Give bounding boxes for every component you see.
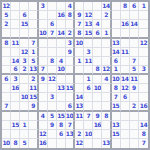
- cell-r4c13[interactable]: [112, 29, 121, 38]
- cell-r3c3[interactable]: 15: [20, 20, 29, 29]
- cell-r15c15[interactable]: [130, 130, 139, 139]
- cell-r12c2[interactable]: [11, 102, 20, 111]
- cell-r11c16[interactable]: [139, 93, 148, 102]
- cell-r2c10[interactable]: 12: [84, 11, 93, 20]
- cell-r12c8[interactable]: 6: [66, 102, 75, 111]
- cell-r9c9[interactable]: [75, 75, 84, 84]
- cell-r2c12[interactable]: 2: [102, 11, 111, 20]
- cell-r9c6[interactable]: 12: [48, 75, 57, 84]
- cell-r15c5[interactable]: 12: [39, 130, 48, 139]
- cell-r14c14[interactable]: [121, 121, 130, 130]
- cell-r15c16[interactable]: 8: [139, 130, 148, 139]
- cell-r11c6[interactable]: 3: [48, 93, 57, 102]
- cell-r9c8[interactable]: [66, 75, 75, 84]
- cell-r16c7[interactable]: [57, 139, 66, 148]
- cell-r16c14[interactable]: [121, 139, 130, 148]
- cell-r2c8[interactable]: 8: [66, 11, 75, 20]
- cell-r14c5[interactable]: [39, 121, 48, 130]
- cell-r8c5[interactable]: 7: [39, 66, 48, 75]
- cell-r14c1[interactable]: [2, 121, 11, 130]
- cell-r9c14[interactable]: 14: [121, 75, 130, 84]
- cell-r9c5[interactable]: 9: [39, 75, 48, 84]
- cell-r16c16[interactable]: 7: [139, 139, 148, 148]
- cell-r3c10[interactable]: 13: [84, 20, 93, 29]
- cell-r12c3[interactable]: [20, 102, 29, 111]
- cell-r2c6[interactable]: [48, 11, 57, 20]
- cell-r11c15[interactable]: [130, 93, 139, 102]
- cell-r9c3[interactable]: [20, 75, 29, 84]
- cell-r13c8[interactable]: 10: [66, 112, 75, 121]
- cell-r13c12[interactable]: 8: [102, 112, 111, 121]
- cell-r4c1[interactable]: [2, 29, 11, 38]
- cell-r1c8[interactable]: 4: [66, 2, 75, 11]
- cell-r6c8[interactable]: 9: [66, 48, 75, 57]
- cell-r3c9[interactable]: 7: [75, 20, 84, 29]
- cell-r7c14[interactable]: [121, 57, 130, 66]
- cell-r8c3[interactable]: 2: [20, 66, 29, 75]
- cell-r11c9[interactable]: 14: [75, 93, 84, 102]
- cell-r16c15[interactable]: [130, 139, 139, 148]
- cell-r13c3[interactable]: [20, 112, 29, 121]
- cell-r1c9[interactable]: [75, 2, 84, 11]
- cell-r14c12[interactable]: [102, 121, 111, 130]
- cell-r5c12[interactable]: [102, 39, 111, 48]
- cell-r7c16[interactable]: [139, 57, 148, 66]
- cell-r11c12[interactable]: [102, 93, 111, 102]
- cell-r8c8[interactable]: [66, 66, 75, 75]
- cell-r4c4[interactable]: [29, 29, 38, 38]
- cell-r5c4[interactable]: 7: [29, 39, 38, 48]
- cell-r5c14[interactable]: [121, 39, 130, 48]
- cell-r7c4[interactable]: 5: [29, 57, 38, 66]
- cell-r5c9[interactable]: 10: [75, 39, 84, 48]
- cell-r3c13[interactable]: [112, 20, 121, 29]
- cell-r10c11[interactable]: 10: [93, 84, 102, 93]
- cell-r14c6[interactable]: 9: [48, 121, 57, 130]
- cell-r6c15[interactable]: [130, 48, 139, 57]
- cell-r11c11[interactable]: [93, 93, 102, 102]
- cell-r8c11[interactable]: 8: [93, 66, 102, 75]
- cell-r4c12[interactable]: 1: [102, 29, 111, 38]
- cell-r13c2[interactable]: [11, 112, 20, 121]
- cell-r12c9[interactable]: 13: [75, 102, 84, 111]
- cell-r2c9[interactable]: 9: [75, 11, 84, 20]
- cell-r13c14[interactable]: [121, 112, 130, 121]
- cell-r10c16[interactable]: [139, 84, 148, 93]
- cell-r13c9[interactable]: 11: [75, 112, 84, 121]
- cell-r4c14[interactable]: [121, 29, 130, 38]
- cell-r4c5[interactable]: 10: [39, 29, 48, 38]
- cell-r10c6[interactable]: [48, 84, 57, 93]
- cell-r1c4[interactable]: [29, 2, 38, 11]
- cell-r5c3[interactable]: [20, 39, 29, 48]
- cell-r4c16[interactable]: [139, 29, 148, 38]
- cell-r14c3[interactable]: 1: [20, 121, 29, 130]
- cell-r6c16[interactable]: [139, 48, 148, 57]
- cell-r5c10[interactable]: [84, 39, 93, 48]
- cell-r7c1[interactable]: [2, 57, 11, 66]
- cell-r6c10[interactable]: 3: [84, 48, 93, 57]
- cell-r16c2[interactable]: 8: [11, 139, 20, 148]
- cell-r12c5[interactable]: [39, 102, 48, 111]
- cell-r5c11[interactable]: [93, 39, 102, 48]
- sudoku-board: 1234148615616891222156713416141071428156…: [0, 0, 150, 150]
- cell-r3c6[interactable]: 6: [48, 20, 57, 29]
- cell-r16c12[interactable]: 13: [102, 139, 111, 148]
- cell-r9c7[interactable]: [57, 75, 66, 84]
- cell-r8c2[interactable]: 6: [11, 66, 20, 75]
- cell-r13c13[interactable]: [112, 112, 121, 121]
- cell-r4c7[interactable]: 14: [57, 29, 66, 38]
- cell-r12c14[interactable]: [121, 102, 130, 111]
- cell-r15c11[interactable]: [93, 130, 102, 139]
- cell-r7c9[interactable]: 1: [75, 57, 84, 66]
- cell-r11c14[interactable]: 6: [121, 93, 130, 102]
- cell-r2c14[interactable]: [121, 11, 130, 20]
- cell-r15c10[interactable]: 10: [84, 130, 93, 139]
- cell-r15c9[interactable]: 2: [75, 130, 84, 139]
- cell-r1c11[interactable]: [93, 2, 102, 11]
- cell-r16c9[interactable]: 12: [75, 139, 84, 148]
- cell-r3c7[interactable]: [57, 20, 66, 29]
- cell-r5c6[interactable]: [48, 39, 57, 48]
- cell-r13c7[interactable]: 15: [57, 112, 66, 121]
- cell-r14c13[interactable]: 13: [112, 121, 121, 130]
- cell-r12c6[interactable]: [48, 102, 57, 111]
- cell-r16c4[interactable]: [29, 139, 38, 148]
- cell-r3c11[interactable]: 4: [93, 20, 102, 29]
- cell-r14c9[interactable]: [75, 121, 84, 130]
- cell-r8c12[interactable]: 12: [102, 66, 111, 75]
- cell-r10c7[interactable]: 13: [57, 84, 66, 93]
- cell-r16c13[interactable]: [112, 139, 121, 148]
- cell-r5c13[interactable]: 13: [112, 39, 121, 48]
- cell-r10c15[interactable]: 9: [130, 84, 139, 93]
- cell-r5c1[interactable]: 8: [2, 39, 11, 48]
- cell-r14c15[interactable]: [130, 121, 139, 130]
- cell-r6c1[interactable]: [2, 48, 11, 57]
- cell-r3c14[interactable]: 16: [121, 20, 130, 29]
- cell-r15c12[interactable]: [102, 130, 111, 139]
- cell-r11c2[interactable]: [11, 93, 20, 102]
- cell-r10c13[interactable]: 8: [112, 84, 121, 93]
- cell-r3c5[interactable]: [39, 20, 48, 29]
- cell-r10c9[interactable]: [75, 84, 84, 93]
- cell-r11c13[interactable]: 7: [112, 93, 121, 102]
- cell-r9c11[interactable]: [93, 75, 102, 84]
- cell-r11c1[interactable]: [2, 93, 11, 102]
- cell-r8c6[interactable]: [48, 66, 57, 75]
- cell-r4c10[interactable]: 15: [84, 29, 93, 38]
- cell-r1c10[interactable]: [84, 2, 93, 11]
- cell-r7c6[interactable]: 8: [48, 57, 57, 66]
- cell-r7c11[interactable]: [93, 57, 102, 66]
- cell-r5c7[interactable]: [57, 39, 66, 48]
- cell-r16c3[interactable]: 5: [20, 139, 29, 148]
- cell-r7c8[interactable]: [66, 57, 75, 66]
- cell-r15c4[interactable]: [29, 130, 38, 139]
- cell-r8c14[interactable]: [121, 66, 130, 75]
- cell-r6c4[interactable]: 1: [29, 48, 38, 57]
- cell-r7c10[interactable]: 11: [84, 57, 93, 66]
- cell-r12c13[interactable]: 15: [112, 102, 121, 111]
- cell-r1c12[interactable]: 14: [102, 2, 111, 11]
- cell-r8c10[interactable]: [84, 66, 93, 75]
- cell-r1c2[interactable]: [11, 2, 20, 11]
- cell-r3c15[interactable]: 14: [130, 20, 139, 29]
- cell-r6c11[interactable]: [93, 48, 102, 57]
- cell-r16c1[interactable]: 10: [2, 139, 11, 148]
- cell-r2c13[interactable]: [112, 11, 121, 20]
- cell-r13c15[interactable]: [130, 112, 139, 121]
- cell-r4c6[interactable]: 7: [48, 29, 57, 38]
- cell-r8c4[interactable]: 13: [29, 66, 38, 75]
- cell-r3c12[interactable]: [102, 20, 111, 29]
- cell-r4c9[interactable]: 8: [75, 29, 84, 38]
- cell-r15c2[interactable]: [11, 130, 20, 139]
- cell-r9c10[interactable]: 1: [84, 75, 93, 84]
- cell-r7c7[interactable]: 4: [57, 57, 66, 66]
- cell-r2c3[interactable]: 6: [20, 11, 29, 20]
- cell-r10c5[interactable]: [39, 84, 48, 93]
- cell-r15c8[interactable]: 13: [66, 130, 75, 139]
- cell-r12c11[interactable]: [93, 102, 102, 111]
- cell-r12c7[interactable]: [57, 102, 66, 111]
- cell-r3c16[interactable]: [139, 20, 148, 29]
- cell-r7c3[interactable]: 3: [20, 57, 29, 66]
- cell-r6c12[interactable]: [102, 48, 111, 57]
- cell-r6c13[interactable]: 14: [112, 48, 121, 57]
- cell-r10c4[interactable]: 11: [29, 84, 38, 93]
- cell-r14c8[interactable]: 7: [66, 121, 75, 130]
- cell-r5c2[interactable]: 11: [11, 39, 20, 48]
- cell-r2c1[interactable]: 5: [2, 11, 11, 20]
- cell-r9c2[interactable]: 3: [11, 75, 20, 84]
- cell-r15c3[interactable]: [20, 130, 29, 139]
- cell-r13c11[interactable]: 9: [93, 112, 102, 121]
- cell-r11c5[interactable]: [39, 93, 48, 102]
- cell-r10c12[interactable]: [102, 84, 111, 93]
- cell-r1c13[interactable]: [112, 2, 121, 11]
- cell-r4c11[interactable]: 6: [93, 29, 102, 38]
- cell-r2c15[interactable]: [130, 11, 139, 20]
- cell-r15c14[interactable]: [121, 130, 130, 139]
- cell-r1c1[interactable]: 12: [2, 2, 11, 11]
- cell-r10c14[interactable]: 12: [121, 84, 130, 93]
- cell-r8c16[interactable]: 3: [139, 66, 148, 75]
- cell-r5c8[interactable]: 3: [66, 39, 75, 48]
- cell-r5c16[interactable]: 12: [139, 39, 148, 48]
- cell-r5c15[interactable]: [130, 39, 139, 48]
- cell-r2c5[interactable]: [39, 11, 48, 20]
- cell-r1c5[interactable]: 3: [39, 2, 48, 11]
- cell-r13c16[interactable]: [139, 112, 148, 121]
- cell-r15c13[interactable]: 15: [112, 130, 121, 139]
- cell-r9c13[interactable]: 10: [112, 75, 121, 84]
- cell-r10c10[interactable]: 6: [84, 84, 93, 93]
- cell-r6c2[interactable]: [11, 48, 20, 57]
- cell-r15c6[interactable]: [48, 130, 57, 139]
- cell-r8c7[interactable]: 10: [57, 66, 66, 75]
- cell-r12c10[interactable]: [84, 102, 93, 111]
- cell-r10c1[interactable]: [2, 84, 11, 93]
- cell-r2c2[interactable]: [11, 11, 20, 20]
- cell-r16c5[interactable]: 16: [39, 139, 48, 148]
- cell-r13c5[interactable]: 4: [39, 112, 48, 121]
- cell-r1c3[interactable]: [20, 2, 29, 11]
- cell-r7c13[interactable]: 6: [112, 57, 121, 66]
- cell-r4c8[interactable]: 2: [66, 29, 75, 38]
- cell-r12c12[interactable]: [102, 102, 111, 111]
- cell-r2c11[interactable]: [93, 11, 102, 20]
- cell-r6c5[interactable]: [39, 48, 48, 57]
- cell-r10c2[interactable]: 16: [11, 84, 20, 93]
- cell-r1c7[interactable]: [57, 2, 66, 11]
- cell-r7c2[interactable]: 14: [11, 57, 20, 66]
- cell-r6c7[interactable]: [57, 48, 66, 57]
- cell-r11c3[interactable]: 10: [20, 93, 29, 102]
- cell-r12c16[interactable]: 16: [139, 102, 148, 111]
- cell-r8c13[interactable]: 1: [112, 66, 121, 75]
- cell-r5c5[interactable]: [39, 39, 48, 48]
- cell-r12c15[interactable]: 2: [130, 102, 139, 111]
- cell-r14c10[interactable]: [84, 121, 93, 130]
- cell-r6c14[interactable]: 11: [121, 48, 130, 57]
- cell-r16c10[interactable]: [84, 139, 93, 148]
- cell-r9c4[interactable]: 2: [29, 75, 38, 84]
- cell-r3c4[interactable]: [29, 20, 38, 29]
- cell-r3c2[interactable]: [11, 20, 20, 29]
- cell-r2c7[interactable]: 16: [57, 11, 66, 20]
- cell-r14c4[interactable]: [29, 121, 38, 130]
- cell-r11c4[interactable]: 15: [29, 93, 38, 102]
- cell-r1c6[interactable]: [48, 2, 57, 11]
- cell-r7c15[interactable]: 7: [130, 57, 139, 66]
- cell-r6c3[interactable]: 12: [20, 48, 29, 57]
- cell-r8c1[interactable]: [2, 66, 11, 75]
- cell-r13c10[interactable]: 7: [84, 112, 93, 121]
- cell-r15c7[interactable]: 6: [57, 130, 66, 139]
- cell-r14c16[interactable]: 14: [139, 121, 148, 130]
- cell-r13c1[interactable]: [2, 112, 11, 121]
- cell-r1c15[interactable]: 6: [130, 2, 139, 11]
- cell-r2c16[interactable]: [139, 11, 148, 20]
- cell-r4c2[interactable]: [11, 29, 20, 38]
- cell-r14c2[interactable]: 15: [11, 121, 20, 130]
- cell-r6c6[interactable]: [48, 48, 57, 57]
- cell-r7c5[interactable]: [39, 57, 48, 66]
- cell-r8c9[interactable]: [75, 66, 84, 75]
- cell-r14c7[interactable]: 8: [57, 121, 66, 130]
- cell-r8c15[interactable]: 5: [130, 66, 139, 75]
- cell-r1c16[interactable]: 1: [139, 2, 148, 11]
- cell-r16c6[interactable]: [48, 139, 57, 148]
- cell-r10c8[interactable]: 15: [66, 84, 75, 93]
- cell-r4c3[interactable]: [20, 29, 29, 38]
- cell-r11c10[interactable]: [84, 93, 93, 102]
- cell-r9c1[interactable]: 6: [2, 75, 11, 84]
- cell-r15c1[interactable]: [2, 130, 11, 139]
- cell-r11c7[interactable]: [57, 93, 66, 102]
- cell-r9c15[interactable]: 11: [130, 75, 139, 84]
- cell-r12c4[interactable]: 9: [29, 102, 38, 111]
- cell-r3c1[interactable]: 2: [2, 20, 11, 29]
- cell-r16c11[interactable]: [93, 139, 102, 148]
- cell-r16c8[interactable]: [66, 139, 75, 148]
- cell-r1c14[interactable]: 8: [121, 2, 130, 11]
- cell-r13c6[interactable]: 5: [48, 112, 57, 121]
- cell-r12c1[interactable]: 7: [2, 102, 11, 111]
- cell-r10c3[interactable]: [20, 84, 29, 93]
- cell-r9c16[interactable]: [139, 75, 148, 84]
- cell-r4c15[interactable]: [130, 29, 139, 38]
- cell-r6c9[interactable]: [75, 48, 84, 57]
- cell-r14c11[interactable]: 16: [93, 121, 102, 130]
- cell-r7c12[interactable]: [102, 57, 111, 66]
- cell-r11c8[interactable]: [66, 93, 75, 102]
- cell-r3c8[interactable]: [66, 20, 75, 29]
- cell-r9c12[interactable]: 4: [102, 75, 111, 84]
- cell-r13c4[interactable]: [29, 112, 38, 121]
- cell-r2c4[interactable]: [29, 11, 38, 20]
